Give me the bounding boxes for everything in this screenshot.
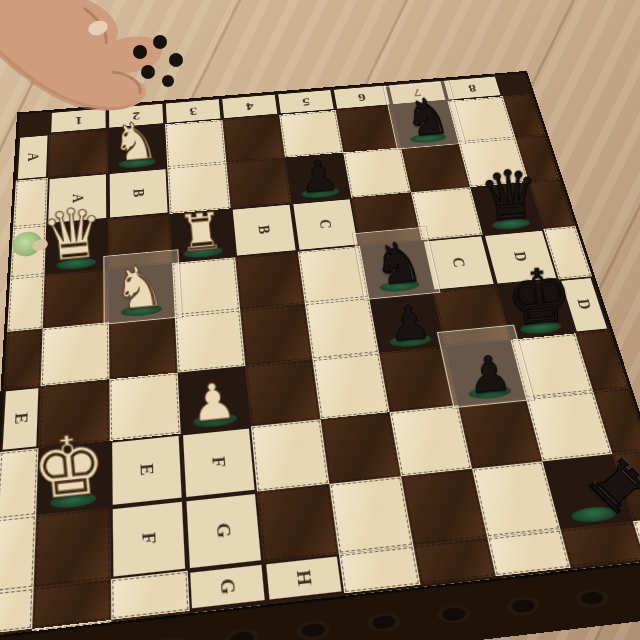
file-label-text: F — [207, 456, 230, 469]
file-label-text: D — [572, 298, 595, 310]
file-label-left-G: G — [184, 492, 264, 571]
file-label-text: C — [447, 257, 469, 269]
black-pawn-anchor-e6: ♟ — [369, 291, 445, 352]
white-queen-c1[interactable]: ♛ — [38, 198, 107, 272]
square-f3[interactable] — [390, 405, 472, 476]
file-label-right-F: F — [110, 499, 187, 579]
square-d6[interactable] — [240, 304, 312, 366]
white-pawn-f3[interactable]: ♟ — [188, 375, 238, 430]
white-rook-anchor-c3: ♜ — [170, 208, 236, 263]
black-queen-c8[interactable]: ♛ — [477, 160, 543, 232]
square-a3[interactable] — [222, 115, 285, 163]
rank-label-text: 6 — [357, 90, 367, 103]
black-pawn-b5[interactable]: ♟ — [298, 153, 341, 199]
file-label-right-E: E — [110, 434, 184, 508]
square-e2[interactable] — [109, 373, 180, 441]
square-c5[interactable] — [43, 269, 109, 329]
black-pawn-anchor-b5: ♟ — [285, 153, 351, 203]
file-label-left-A: A — [16, 134, 50, 181]
file-label-text: G — [215, 577, 240, 595]
white-king-g1[interactable]: ♚ — [28, 422, 111, 512]
file-label-text: B — [129, 188, 148, 198]
rank-label-text: 4 — [245, 100, 254, 113]
white-pawn-anchor-f3: ♟ — [178, 366, 251, 434]
square-c7[interactable] — [235, 252, 305, 310]
white-queen-anchor-c1: ♛ — [44, 219, 108, 275]
square-d2[interactable] — [4, 328, 43, 389]
square-b3[interactable] — [343, 148, 411, 198]
square-g7[interactable] — [32, 579, 111, 629]
file-label-text: F — [136, 531, 160, 545]
chess-board: 12345678AABBCCDDEEFFGGHH12345678♛♚♞♞♜♟♟♞… — [0, 73, 640, 640]
rank-label-text: 5 — [301, 95, 310, 108]
photo-scene: 12345678AABBCCDDEEFFGGHH12345678♛♚♞♞♜♟♟♞… — [0, 0, 640, 640]
black-knight-a7[interactable]: ♞ — [402, 90, 452, 144]
square-h1[interactable] — [339, 546, 421, 594]
white-knight-anchor-d2: ♞ — [109, 263, 175, 322]
square-d5[interactable] — [175, 310, 246, 373]
black-knight-anchor-a7: ♞ — [392, 101, 459, 148]
black-queen-anchor-c8: ♛ — [470, 182, 543, 235]
file-label-text: H — [291, 569, 317, 587]
black-knight-anchor-d6: ♞ — [360, 240, 433, 297]
black-pawn-anchor-f7: ♟ — [445, 340, 526, 405]
square-h4[interactable] — [560, 521, 640, 567]
white-king-anchor-g1: ♚ — [36, 441, 110, 515]
square-g2[interactable] — [329, 476, 413, 554]
square-b2[interactable] — [226, 158, 291, 209]
file-label-left-C: C — [291, 198, 360, 252]
board-face: 12345678AABBCCDDEEFFGGHH12345678♛♚♞♞♜♟♟♞… — [0, 73, 640, 634]
square-f7[interactable] — [0, 515, 36, 592]
square-g1[interactable] — [257, 484, 339, 562]
file-label-right-G: G — [188, 562, 268, 611]
square-f1[interactable] — [251, 419, 329, 491]
file-label-text: C — [315, 219, 336, 230]
file-label-text: G — [211, 522, 235, 539]
square-d4[interactable] — [109, 316, 178, 379]
captured-piece-lying-off-board — [8, 228, 48, 258]
square-d3[interactable] — [41, 322, 110, 386]
player-hand — [0, 0, 228, 136]
square-f2[interactable] — [321, 412, 401, 484]
square-e4[interactable] — [312, 353, 389, 420]
square-d7[interactable] — [305, 297, 379, 359]
white-knight-d2[interactable]: ♞ — [110, 257, 167, 319]
file-label-left-F: F — [181, 426, 257, 499]
file-label-text: A — [23, 152, 42, 162]
file-label-text: E — [135, 463, 158, 477]
square-g4[interactable] — [472, 461, 560, 537]
square-c6[interactable] — [172, 257, 240, 316]
square-e3[interactable] — [245, 359, 320, 426]
file-label-left-B: B — [108, 168, 170, 220]
rank-label-text: 8 — [467, 81, 478, 94]
black-king-e8[interactable]: ♚ — [503, 257, 576, 337]
file-label-right-B: B — [231, 203, 298, 257]
square-a1[interactable] — [48, 129, 108, 178]
black-pawn-e6[interactable]: ♟ — [386, 297, 433, 349]
file-label-text: B — [254, 224, 274, 234]
square-f8[interactable] — [34, 507, 111, 588]
black-knight-d6[interactable]: ♞ — [370, 233, 425, 294]
square-c4[interactable] — [7, 275, 44, 332]
black-pawn-f7[interactable]: ♟ — [465, 347, 514, 401]
white-rook-c3[interactable]: ♜ — [176, 205, 227, 260]
square-g6[interactable] — [0, 588, 34, 634]
